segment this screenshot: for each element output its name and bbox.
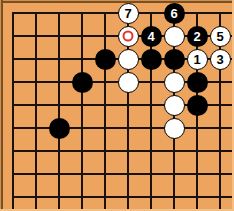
intersection-c9-r7 [209,163,232,186]
intersection-c9-r5 [209,117,232,140]
black-stone: 4 [141,26,162,47]
intersection-c5-r6 [117,140,140,163]
intersection-c9-r1: 5 [209,25,232,48]
intersection-c8-r4 [186,94,209,117]
intersection-c6-r2 [140,48,163,71]
black-stone: 2 [187,26,208,47]
intersection-c6-r6 [140,140,163,163]
intersection-c4-r4 [94,94,117,117]
intersection-c1-r6 [25,140,48,163]
intersection-c8-r6 [186,140,209,163]
intersection-c2-r2 [48,48,71,71]
intersection-c0-r2 [2,48,25,71]
intersection-c9-r3 [209,71,232,94]
intersection-c3-r3 [71,71,94,94]
black-stone [187,72,208,93]
intersection-c8-r1: 2 [186,25,209,48]
intersection-c7-r1 [163,25,186,48]
move-number-label: 5 [216,30,223,43]
intersection-c7-r3 [163,71,186,94]
black-stone [95,49,116,70]
intersection-c8-r7 [186,163,209,186]
intersection-c3-r8 [71,186,94,209]
move-number-label: 3 [216,53,223,66]
intersection-c0-r8 [2,186,25,209]
intersection-c4-r7 [94,163,117,186]
intersection-c3-r5 [71,117,94,140]
intersection-c4-r0 [94,2,117,25]
intersection-c5-r8 [117,186,140,209]
intersection-c6-r3 [140,71,163,94]
red-circle-marker-icon [123,31,134,42]
intersection-c2-r1 [48,25,71,48]
intersection-c7-r2 [163,48,186,71]
move-number-label: 2 [193,30,200,43]
white-stone: 5 [210,26,231,47]
white-stone: 7 [118,3,139,24]
intersection-c8-r2: 1 [186,48,209,71]
board-frame-left-edge [0,0,3,211]
board-frame-bottom-edge [0,209,234,211]
intersection-c6-r7 [140,163,163,186]
white-stone: 3 [210,49,231,70]
intersection-c2-r8 [48,186,71,209]
intersection-c5-r3 [117,71,140,94]
intersection-c0-r6 [2,140,25,163]
intersection-c8-r8 [186,186,209,209]
white-stone [118,26,139,47]
intersection-c1-r7 [25,163,48,186]
intersection-c2-r5 [48,117,71,140]
intersection-c1-r2 [25,48,48,71]
white-stone [118,49,139,70]
move-number-label: 7 [124,7,131,20]
intersection-c3-r0 [71,2,94,25]
intersection-c9-r6 [209,140,232,163]
white-stone [164,72,185,93]
intersection-c4-r5 [94,117,117,140]
intersection-c2-r3 [48,71,71,94]
intersection-c5-r7 [117,163,140,186]
intersection-c4-r3 [94,71,117,94]
intersection-c0-r7 [2,163,25,186]
intersection-c6-r0 [140,2,163,25]
intersection-c5-r5 [117,117,140,140]
intersection-c8-r3 [186,71,209,94]
board-frame-right-edge [232,0,234,211]
move-number-label: 4 [147,30,154,43]
intersection-c9-r2: 3 [209,48,232,71]
white-stone [118,72,139,93]
intersection-c1-r3 [25,71,48,94]
intersection-c5-r2 [117,48,140,71]
intersection-c6-r5 [140,117,163,140]
move-number-label: 1 [193,53,200,66]
intersection-c2-r4 [48,94,71,117]
black-stone [49,118,70,139]
intersection-c9-r0 [209,2,232,25]
board-frame-top-edge [0,0,234,3]
black-stone [164,49,185,70]
white-stone: 1 [187,49,208,70]
intersection-c8-r0 [186,2,209,25]
white-stone [164,95,185,116]
intersection-c3-r6 [71,140,94,163]
black-stone [187,95,208,116]
intersection-c2-r7 [48,163,71,186]
intersection-c0-r0 [2,2,25,25]
intersection-c2-r6 [48,140,71,163]
intersection-c1-r0 [25,2,48,25]
intersection-c9-r4 [209,94,232,117]
intersection-c6-r1: 4 [140,25,163,48]
black-stone [141,49,162,70]
intersection-c7-r4 [163,94,186,117]
intersection-c8-r5 [186,117,209,140]
intersection-c9-r8 [209,186,232,209]
intersection-c7-r8 [163,186,186,209]
intersection-c5-r1 [117,25,140,48]
intersection-c4-r6 [94,140,117,163]
intersection-c4-r8 [94,186,117,209]
intersection-c5-r0: 7 [117,2,140,25]
intersection-c7-r0: 6 [163,2,186,25]
intersection-c0-r4 [2,94,25,117]
intersection-c4-r1 [94,25,117,48]
intersection-c7-r6 [163,140,186,163]
intersection-c1-r1 [25,25,48,48]
intersection-c4-r2 [94,48,117,71]
white-stone [164,118,185,139]
go-grid: 7642513 [2,2,232,209]
intersection-c0-r3 [2,71,25,94]
intersection-c3-r1 [71,25,94,48]
move-number-label: 6 [170,7,177,20]
black-stone [72,72,93,93]
intersection-c3-r2 [71,48,94,71]
intersection-c6-r4 [140,94,163,117]
intersection-c2-r0 [48,2,71,25]
intersection-c1-r5 [25,117,48,140]
intersection-c7-r5 [163,117,186,140]
intersection-c7-r7 [163,163,186,186]
white-stone [164,26,185,47]
intersection-c5-r4 [117,94,140,117]
intersection-c0-r5 [2,117,25,140]
black-stone: 6 [164,3,185,24]
intersection-c3-r7 [71,163,94,186]
intersection-c0-r1 [2,25,25,48]
go-board: 7642513 [0,0,234,211]
intersection-c3-r4 [71,94,94,117]
intersection-c6-r8 [140,186,163,209]
intersection-c1-r4 [25,94,48,117]
intersection-c1-r8 [25,186,48,209]
